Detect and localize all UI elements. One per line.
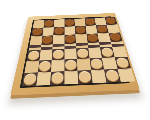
light-checker-piece[interactable]: ●	[78, 69, 93, 83]
square-b8[interactable]: ●	[43, 20, 54, 28]
square-c3[interactable]: ●	[52, 49, 65, 60]
board-grid: ●●●●●●●●●●●●●●●●●●●●●●●●	[22, 17, 128, 86]
square-b1[interactable]	[36, 72, 51, 86]
square-c1[interactable]: ●	[50, 71, 64, 85]
dark-checker-piece[interactable]: ●	[41, 35, 53, 44]
square-h6[interactable]: ●	[109, 32, 123, 41]
light-checker-piece[interactable]: ●	[52, 48, 65, 59]
dark-checker-piece[interactable]: ●	[64, 18, 75, 26]
square-g3[interactable]: ●	[100, 47, 115, 58]
light-checker-piece[interactable]: ●	[76, 47, 89, 58]
dark-checker-piece[interactable]: ●	[86, 33, 99, 42]
square-e7[interactable]: ●	[75, 26, 87, 35]
light-checker-piece[interactable]: ●	[38, 59, 52, 71]
square-f6[interactable]: ●	[86, 33, 99, 42]
square-b6[interactable]: ●	[41, 35, 53, 45]
dark-checker-piece[interactable]: ●	[53, 26, 64, 35]
board-border-line: ●●●●●●●●●●●●●●●●●●●●●●●●	[20, 16, 130, 87]
square-g7[interactable]: ●	[96, 25, 109, 34]
board-photo: ●●●●●●●●●●●●●●●●●●●●●●●●	[0, 0, 150, 120]
board-frame: ●●●●●●●●●●●●●●●●●●●●●●●●	[10, 13, 139, 95]
square-e3[interactable]: ●	[76, 48, 89, 59]
dark-checker-piece[interactable]: ●	[75, 25, 87, 34]
square-a1[interactable]: ●	[22, 72, 38, 86]
light-checker-piece[interactable]: ●	[104, 68, 120, 82]
square-b2[interactable]: ●	[38, 60, 52, 72]
dark-checker-piece[interactable]: ●	[64, 34, 76, 43]
light-checker-piece[interactable]: ●	[89, 57, 104, 69]
dark-checker-piece[interactable]: ●	[108, 32, 122, 41]
square-f2[interactable]: ●	[89, 58, 104, 70]
square-c7[interactable]: ●	[53, 27, 64, 36]
light-checker-piece[interactable]: ●	[22, 71, 38, 85]
square-d6[interactable]: ●	[64, 34, 76, 43]
square-d1[interactable]	[64, 71, 78, 85]
light-checker-piece[interactable]: ●	[64, 58, 77, 70]
square-d2[interactable]: ●	[64, 59, 77, 71]
light-checker-piece[interactable]: ●	[100, 46, 114, 57]
square-d8[interactable]: ●	[64, 19, 75, 27]
dark-checker-piece[interactable]: ●	[85, 17, 96, 25]
light-checker-piece[interactable]: ●	[50, 70, 64, 84]
square-e1[interactable]: ●	[78, 70, 93, 84]
square-g1[interactable]: ●	[104, 69, 121, 83]
dark-checker-piece[interactable]: ●	[96, 24, 109, 33]
dark-checker-piece[interactable]: ●	[43, 19, 54, 27]
square-f8[interactable]: ●	[85, 18, 96, 26]
